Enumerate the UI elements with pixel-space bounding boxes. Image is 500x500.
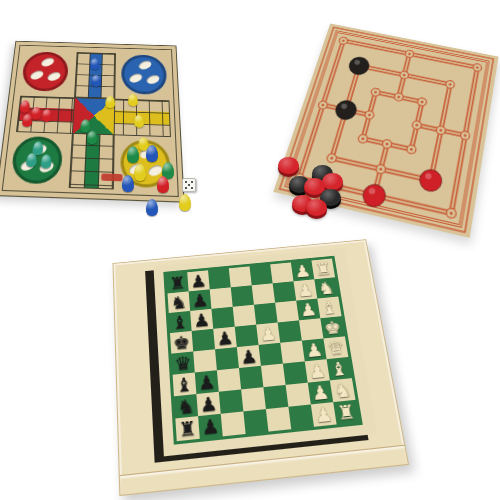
chess-square: [241, 387, 266, 411]
chess-square: ♟: [190, 309, 213, 331]
chess-square: [261, 364, 286, 388]
ludo-red-base: [21, 51, 69, 91]
chess-piece-bK: ♚: [172, 331, 190, 353]
chess-piece-bP: ♟: [199, 392, 218, 416]
ludo-pawn-yellow: [128, 93, 138, 106]
chess-square: ♞: [330, 378, 356, 402]
chess-piece-bR: ♜: [169, 273, 187, 294]
chess-square: [283, 361, 308, 385]
chess-square: [210, 287, 233, 309]
chess-square: [215, 347, 239, 370]
chess-piece-wQ: ♛: [326, 337, 346, 359]
chess-piece-wB: ♝: [320, 297, 340, 318]
chess-square: [252, 283, 275, 304]
chess-piece-bB: ♝: [171, 311, 189, 333]
base-slot: [137, 59, 153, 71]
chess-square: [217, 368, 241, 392]
checker-red: [278, 157, 299, 174]
base-slot: [145, 74, 161, 86]
die-pip: [185, 187, 187, 189]
chess-piece-wP: ♟: [310, 381, 330, 405]
chess-piece-wP: ♟: [307, 359, 327, 382]
chess-square: [263, 385, 288, 409]
chess-piece-bP: ♟: [190, 271, 208, 292]
checker-red: [322, 173, 343, 190]
chess-piece-wK: ♚: [323, 316, 343, 338]
loose-pawn-yellow: [179, 194, 191, 211]
chess-square: ♟: [302, 338, 327, 361]
chess-board: ♜♟♟♜♞♟♟♞♝♟♟♝♚♟♟♚♛♟♟♛♝♟♟♝♞♟♟♞♜♟♟♜: [153, 248, 376, 456]
chess-piece-bN: ♞: [170, 292, 188, 313]
chess-square: [250, 264, 273, 285]
die-pip: [191, 187, 193, 189]
loose-pawn-red: [157, 176, 169, 193]
chess-piece-wR: ♜: [336, 400, 357, 424]
base-slot: [29, 69, 45, 81]
chess-square: [275, 301, 299, 323]
checker-red: [306, 199, 327, 216]
chess-square: ♚: [320, 316, 345, 338]
chess-square: ♟: [187, 270, 210, 291]
ludo-pawns-layer: [16, 42, 175, 47]
die-pip: [188, 184, 190, 186]
chess-square: [235, 325, 259, 348]
loose-pawn-blue: [146, 199, 158, 216]
chess-square: ♟: [305, 359, 330, 382]
chess-square: ♟: [198, 414, 223, 439]
chess-square: [233, 305, 256, 327]
loose-pawn-blue: [122, 175, 134, 192]
ludo-board: [0, 41, 185, 203]
chess-square: [211, 307, 234, 329]
chess-square: ♜: [175, 416, 199, 441]
chess-piece-bP: ♟: [216, 327, 235, 349]
chess-square: ♟: [311, 402, 337, 427]
chess-square: ♟: [308, 380, 333, 404]
chess-piece-wP: ♟: [259, 323, 278, 345]
ludo-pawn-blue: [90, 58, 100, 70]
chess-piece-wP: ♟: [293, 261, 312, 281]
chess-piece-bN: ♞: [176, 394, 195, 418]
ludo-pawn-green: [80, 119, 91, 132]
loose-pawn-yellow: [134, 164, 146, 181]
chess-square: [208, 268, 231, 289]
chess-piece-bP: ♟: [239, 345, 258, 368]
die-pip: [185, 181, 187, 183]
chess-piece-wP: ♟: [304, 339, 324, 361]
chess-square: ♟: [189, 289, 212, 311]
chess-square: ♟: [256, 322, 280, 344]
chess-square: [254, 303, 278, 325]
chess-piece-bP: ♟: [193, 309, 211, 331]
chess-square: ♚: [170, 331, 193, 354]
chess-square: ♟: [296, 299, 320, 321]
chess-square: ♞: [168, 291, 191, 313]
chess-square: ♜: [333, 400, 359, 425]
chess-square: ♞: [174, 394, 198, 418]
chess-square: [259, 343, 283, 366]
base-slot: [46, 71, 62, 83]
chess-square: ♜: [166, 272, 188, 293]
chess-piece-wN: ♞: [317, 278, 336, 299]
ludo-blue-base: [122, 54, 167, 95]
die-pip: [191, 181, 193, 183]
chess-piece-wN: ♞: [332, 378, 353, 401]
chess-square: [231, 285, 254, 306]
chess-piece-wP: ♟: [313, 402, 334, 426]
chess-square: ♝: [327, 357, 352, 380]
chess-square: ♞: [314, 277, 338, 298]
chess-square: [219, 389, 244, 413]
chess-square: [278, 320, 302, 342]
chess-square: [273, 281, 297, 302]
loose-pawn-green: [127, 146, 139, 163]
chess-square: [239, 366, 263, 390]
base-slot: [128, 72, 144, 84]
chess-square: [193, 349, 217, 372]
chess-square: ♝: [173, 372, 197, 396]
ludo-pawn-yellow: [105, 96, 115, 109]
chess-square: ♟: [195, 370, 219, 394]
product-photo-scene: ♜♟♟♜♞♟♟♞♝♟♟♝♚♟♟♚♛♟♟♛♝♟♟♝♞♟♟♞♜♟♟♜: [0, 0, 500, 500]
chess-square: [270, 262, 293, 283]
ludo-pawn-blue: [91, 75, 101, 87]
chess-board-grid: ♜♟♟♜♞♟♟♞♝♟♟♝♚♟♟♚♛♟♟♛♝♟♟♝♞♟♟♞♜♟♟♜: [163, 256, 362, 445]
chess-piece-wB: ♝: [329, 357, 349, 380]
chess-square: ♝: [317, 297, 341, 319]
chess-square: [229, 266, 252, 287]
chess-square: [288, 404, 314, 429]
chess-box: ♜♟♟♜♞♟♟♞♝♟♟♝♚♟♟♚♛♟♟♛♝♟♟♝♞♟♟♞♜♟♟♜: [112, 239, 409, 496]
chess-piece-bP: ♟: [201, 414, 221, 438]
chess-square: ♛: [323, 336, 348, 359]
chess-square: [221, 411, 246, 436]
chess-square: ♟: [213, 327, 237, 350]
chess-square: ♟: [237, 345, 261, 368]
dice: [182, 178, 196, 192]
ludo-brand-stamp: [101, 174, 122, 182]
chess-square: ♛: [171, 351, 194, 374]
base-slot: [40, 57, 56, 69]
chess-square: [192, 329, 215, 352]
chess-square: ♟: [293, 279, 317, 300]
chess-piece-wP: ♟: [299, 299, 318, 320]
chess-piece-bR: ♜: [178, 416, 197, 441]
chess-square: [243, 409, 268, 434]
chess-square: ♟: [291, 260, 314, 281]
chess-square: [280, 341, 305, 364]
chess-square: [286, 383, 311, 407]
chess-square: ♝: [169, 311, 192, 333]
chess-square: [299, 318, 323, 340]
chess-square: ♜: [311, 259, 335, 280]
chess-piece-wP: ♟: [296, 280, 315, 301]
chess-piece-bQ: ♛: [174, 352, 193, 375]
chess-square: ♟: [196, 392, 220, 416]
chess-piece-bP: ♟: [191, 290, 209, 311]
chess-piece-bP: ♟: [197, 370, 216, 393]
ludo-pawn-red: [41, 109, 52, 122]
chess-piece-bB: ♝: [175, 373, 194, 396]
chess-piece-wR: ♜: [314, 259, 333, 279]
loose-pawn-blue: [146, 145, 158, 162]
chess-square: [266, 407, 291, 432]
